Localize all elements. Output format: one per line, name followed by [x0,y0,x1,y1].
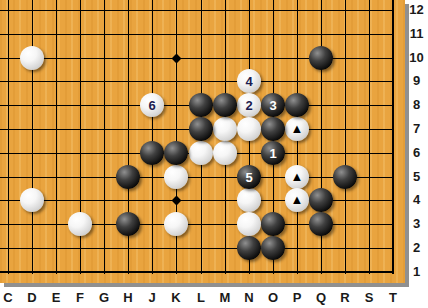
row-label: 2 [405,240,428,256]
column-label: P [287,290,307,305]
row-label: 6 [405,145,428,161]
stone-black: 5 [237,165,261,189]
grid-line-horizontal [0,271,394,273]
row-label: 9 [405,73,428,89]
grid-line-horizontal [0,248,394,249]
stone-white: 2 [237,93,261,117]
stone-white [164,165,188,189]
grid-line-vertical [56,0,57,274]
stone-white: ▲ [285,165,309,189]
grid-line-horizontal [0,34,394,35]
column-label: F [70,290,90,305]
move-number-label: 5 [245,171,252,184]
column-label: S [359,290,379,305]
row-label: 4 [405,192,428,208]
stone-white: ▲ [285,117,309,141]
stone-black [164,141,188,165]
stone-white: 4 [237,69,261,93]
row-label: 1 [405,264,428,280]
row-label: 5 [405,169,428,185]
grid-line-vertical [152,0,153,274]
stone-black: 3 [261,93,285,117]
stone-white: ▲ [285,188,309,212]
column-label: D [22,290,42,305]
grid-line-vertical [32,0,33,274]
column-label: N [239,290,259,305]
stone-black [213,93,237,117]
stone-white [237,212,261,236]
move-number-label: 6 [148,99,155,112]
column-label: G [94,290,114,305]
stone-black [309,46,333,70]
row-label: 3 [405,216,428,232]
move-number-label: 1 [269,147,276,160]
go-board-surface[interactable]: 642▲▲▲315 [0,0,405,283]
column-label: Q [311,290,331,305]
stone-black: 1 [261,141,285,165]
triangle-mark-icon: ▲ [291,122,304,135]
grid-line-vertical [369,0,370,274]
star-point [172,196,182,206]
stone-white [20,188,44,212]
column-label: J [142,290,162,305]
column-label: L [191,290,211,305]
move-number-label: 3 [269,99,276,112]
row-label: 7 [405,121,428,137]
stone-black [261,212,285,236]
stone-white [68,212,92,236]
grid-line-vertical [8,0,9,274]
grid-line-vertical [345,0,346,274]
triangle-mark-icon: ▲ [291,170,304,183]
triangle-mark-icon: ▲ [291,193,304,206]
grid-line-horizontal [0,200,394,201]
grid-line-horizontal [0,81,394,82]
column-label: M [215,290,235,305]
row-label: 11 [405,26,428,42]
star-point [172,54,182,64]
column-label: T [383,290,403,305]
stone-white [237,117,261,141]
grid-line-horizontal [0,58,394,59]
stone-white [189,141,213,165]
stone-black [189,93,213,117]
column-label: H [118,290,138,305]
move-number-label: 2 [245,99,252,112]
stone-black [237,236,261,260]
stone-black [140,141,164,165]
grid-line-vertical [104,0,105,274]
grid-line-vertical [392,0,394,274]
stone-white [213,117,237,141]
stone-white [20,46,44,70]
column-label: R [335,290,355,305]
stone-white [164,212,188,236]
grid-line-horizontal [0,10,394,11]
row-label: 12 [405,2,428,18]
stone-white [213,141,237,165]
move-number-label: 4 [245,75,252,88]
stone-black [309,188,333,212]
column-label: C [0,290,18,305]
go-diagram-window: 642▲▲▲315 CDEFGHJKLMNOPQRST 121110987654… [0,0,428,308]
stone-black [116,165,140,189]
grid-line-horizontal [0,224,394,225]
stone-black [333,165,357,189]
row-label: 10 [405,50,428,66]
stone-black [116,212,140,236]
row-label: 8 [405,97,428,113]
stone-black [261,117,285,141]
stone-white: 6 [140,93,164,117]
stone-black [189,117,213,141]
stone-black [261,236,285,260]
stone-black [309,212,333,236]
column-label: K [166,290,186,305]
stone-black [285,93,309,117]
stone-white [237,188,261,212]
column-label: O [263,290,283,305]
column-label: E [46,290,66,305]
